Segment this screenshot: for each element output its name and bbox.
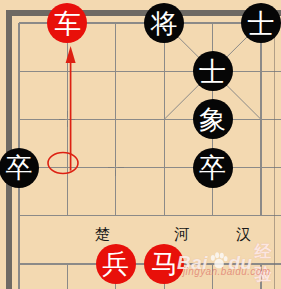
red-chariot-piece[interactable]: 车 xyxy=(47,3,87,43)
xiangqi-board: 楚 河 汉 车将士士象卒卒兵马 Bai du 经验 jingyan.baidu.… xyxy=(0,0,281,289)
black-soldier-left-piece[interactable]: 卒 xyxy=(0,148,39,188)
black-general-piece[interactable]: 将 xyxy=(144,3,184,43)
black-elephant-piece[interactable]: 象 xyxy=(193,99,233,139)
black-soldier-center-piece[interactable]: 卒 xyxy=(193,148,233,188)
red-soldier-piece[interactable]: 兵 xyxy=(96,244,136,284)
black-advisor-center-piece[interactable]: 士 xyxy=(193,51,233,91)
piece-grid: 车将士士象卒卒兵马 xyxy=(0,0,281,288)
red-horse-piece[interactable]: 马 xyxy=(144,244,184,284)
black-advisor-corner-piece[interactable]: 士 xyxy=(241,3,281,43)
